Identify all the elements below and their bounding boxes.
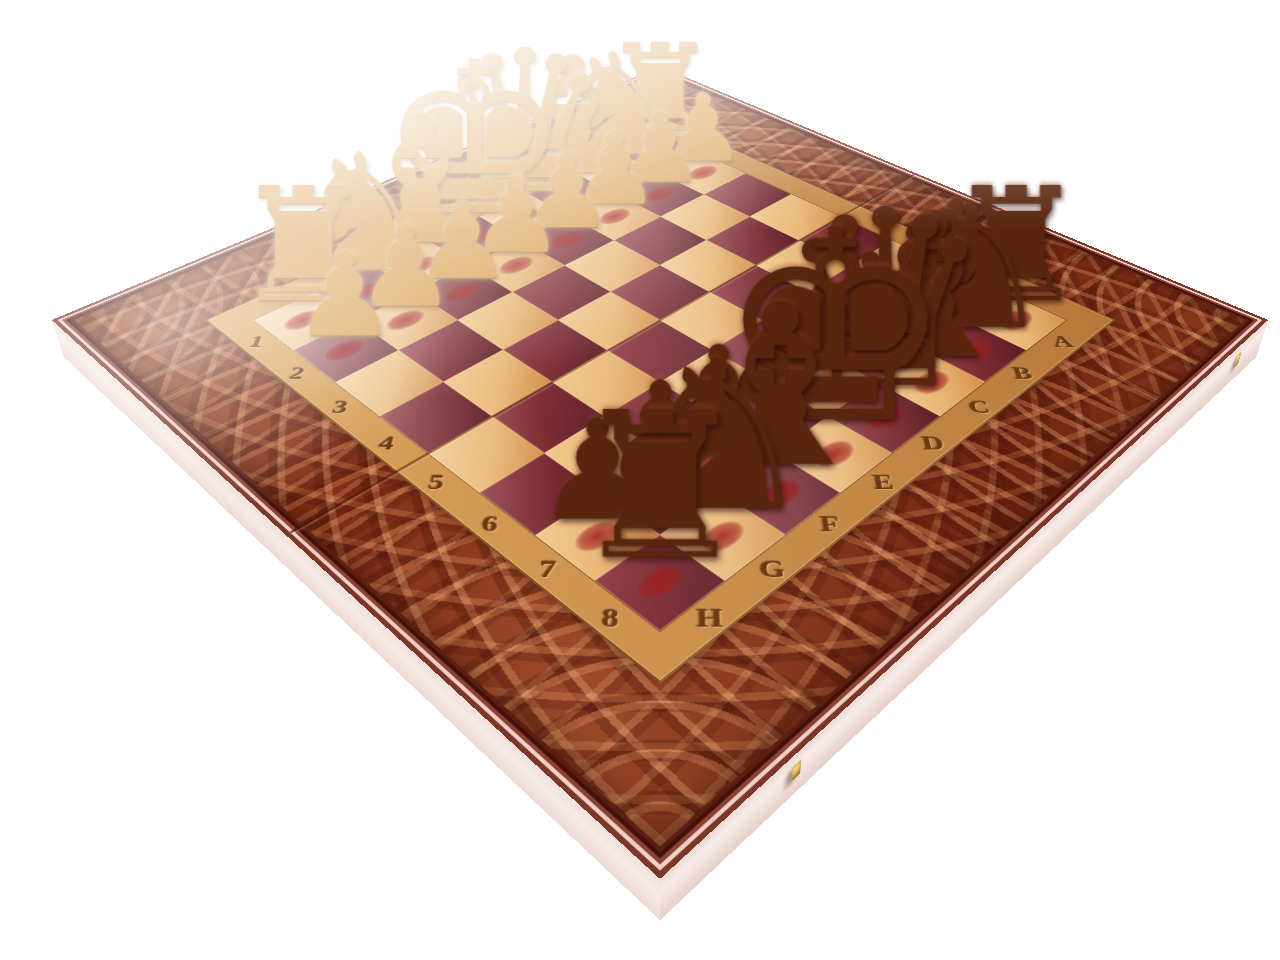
- white-pawn-glyph: ♟: [210, 240, 478, 350]
- brass-latch-pin: [1234, 351, 1242, 368]
- pieces-layer: ♜♞♝♛♚♝♞♜♟♟♟♟♟♟♟♟♟♟♟♟♟♟♟♟♜♞♝♛♚♝♞♜: [52, 67, 1268, 879]
- black-rook-glyph: ♜: [493, 390, 826, 583]
- carved-wooden-chess-box: 12345678HGFEDCBA ♜♞♝♛♚♝♞♜♟♟♟♟♟♟♟♟♟♟♟♟♟♟♟…: [52, 67, 1268, 879]
- brass-latch-pin: [792, 759, 802, 781]
- photo-white-backdrop: { "game": "chess", "position": { "fen": …: [0, 0, 1280, 960]
